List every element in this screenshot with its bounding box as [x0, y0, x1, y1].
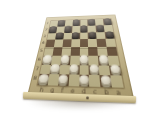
square-d7[interactable] — [79, 65, 89, 75]
rank-label: 8 — [33, 77, 37, 83]
white-piece[interactable] — [89, 64, 99, 73]
black-piece[interactable] — [73, 20, 80, 25]
black-piece[interactable] — [64, 26, 72, 32]
checkers-board: 12345678 hgfedcba — [27, 15, 134, 101]
square-d6[interactable] — [79, 55, 89, 64]
photo-scene: 12345678 hgfedcba — [0, 0, 150, 117]
white-piece[interactable] — [80, 55, 89, 63]
white-piece[interactable] — [69, 64, 78, 73]
rank-label: 4 — [41, 42, 44, 46]
square-a8[interactable] — [111, 76, 124, 88]
black-piece[interactable] — [105, 31, 114, 37]
black-piece[interactable] — [103, 19, 111, 24]
white-piece[interactable] — [109, 65, 120, 74]
square-a7[interactable] — [109, 65, 121, 76]
white-piece[interactable] — [61, 55, 70, 63]
square-d4[interactable] — [80, 39, 89, 47]
black-piece[interactable] — [80, 25, 87, 31]
black-piece[interactable] — [88, 19, 95, 24]
white-piece[interactable] — [58, 74, 68, 84]
rank-label: 1 — [46, 22, 49, 25]
square-d8[interactable] — [79, 75, 90, 87]
board-3d-wrapper: 12345678 hgfedcba — [27, 15, 134, 101]
black-piece[interactable] — [72, 32, 80, 38]
board-grid — [38, 19, 124, 88]
rank-label: 2 — [45, 28, 48, 31]
white-piece[interactable] — [79, 75, 89, 85]
rank-label: 3 — [43, 35, 46, 39]
square-e7[interactable] — [69, 65, 79, 75]
rank-label: 5 — [39, 49, 43, 53]
black-piece[interactable] — [88, 32, 96, 38]
square-e4[interactable] — [71, 39, 80, 47]
square-e8[interactable] — [68, 75, 79, 87]
square-a4[interactable] — [106, 39, 116, 47]
rank-label: 6 — [37, 58, 41, 63]
clasp-icon — [86, 96, 89, 99]
rank-label: 7 — [35, 67, 39, 72]
